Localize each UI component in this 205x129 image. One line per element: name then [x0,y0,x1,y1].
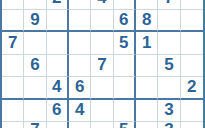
given-digit: 4 [75,99,84,121]
given-digit: 6 [52,99,61,121]
cell-r2c3 [47,10,69,33]
cell-r3c6: 5 [114,32,136,55]
cell-r3c4 [69,32,91,55]
cell-r7c9 [181,122,203,128]
cell-r4c4 [69,55,91,78]
given-digit: 6 [75,76,84,98]
cell-r1c8: 7 [158,0,180,10]
given-digit: 3 [164,121,173,129]
cell-r5c2 [24,77,46,100]
cell-r1c5: 4 [91,0,113,10]
cell-r7c4 [69,122,91,128]
cell-r5c3: 4 [47,77,69,100]
cell-r4c6 [114,55,136,78]
cell-r6c9 [181,100,203,123]
cell-r4c8: 5 [158,55,180,78]
cell-r7c5 [91,122,113,128]
cell-r1c1 [2,0,24,10]
cell-r6c8: 3 [158,100,180,123]
cell-r2c4 [69,10,91,33]
cell-r5c8 [158,77,180,100]
given-digit: 7 [30,121,39,129]
given-digit: 2 [52,0,61,9]
given-digit: 3 [164,99,173,121]
given-digit: 5 [119,32,128,54]
cell-r6c4: 4 [69,100,91,123]
cell-r5c4: 6 [69,77,91,100]
given-digit: 7 [97,54,106,76]
sudoku-board: 247968751675462643753 [2,0,203,128]
cell-r4c2: 6 [24,55,46,78]
cell-r3c7: 1 [136,32,158,55]
cell-r6c7 [136,100,158,123]
cell-r6c3: 6 [47,100,69,123]
given-digit: 6 [119,9,128,31]
given-digit: 1 [142,32,151,54]
given-digit: 4 [97,0,106,9]
cell-r2c9 [181,10,203,33]
cell-r7c3 [47,122,69,128]
cell-r6c5 [91,100,113,123]
sudoku-screenshot: 247968751675462643753 [0,0,205,128]
cell-r3c9 [181,32,203,55]
cell-r7c8: 3 [158,122,180,128]
given-digit: 5 [119,121,128,129]
cell-r6c2 [24,100,46,123]
cell-r2c6: 6 [114,10,136,33]
cell-r4c3 [47,55,69,78]
cell-r3c5 [91,32,113,55]
cell-r7c6: 5 [114,122,136,128]
cell-r7c2: 7 [24,122,46,128]
given-digit: 8 [142,9,151,31]
given-digit: 2 [187,76,196,98]
cell-r2c7: 8 [136,10,158,33]
cell-r3c1: 7 [2,32,24,55]
cell-r6c1 [2,100,24,123]
given-digit: 5 [164,54,173,76]
cell-r1c4 [69,0,91,10]
cell-r5c1 [2,77,24,100]
cell-r2c5 [91,10,113,33]
cell-r1c9 [181,0,203,10]
cell-r5c6 [114,77,136,100]
cell-r5c9: 2 [181,77,203,100]
given-digit: 7 [164,0,173,9]
cell-r6c6 [114,100,136,123]
cell-r3c8 [158,32,180,55]
cell-r2c8 [158,10,180,33]
cell-r5c5 [91,77,113,100]
cell-r5c7 [136,77,158,100]
cell-r4c5: 7 [91,55,113,78]
cell-r2c1 [2,10,24,33]
cell-r1c3: 2 [47,0,69,10]
cell-r4c7 [136,55,158,78]
cell-r3c2 [24,32,46,55]
given-digit: 7 [8,32,17,54]
given-digit: 6 [30,54,39,76]
cell-r7c1 [2,122,24,128]
given-digit: 9 [30,9,39,31]
cell-r4c9 [181,55,203,78]
cell-r4c1 [2,55,24,78]
given-digit: 4 [52,76,61,98]
cell-r3c3 [47,32,69,55]
cell-r2c2: 9 [24,10,46,33]
cell-r7c7 [136,122,158,128]
